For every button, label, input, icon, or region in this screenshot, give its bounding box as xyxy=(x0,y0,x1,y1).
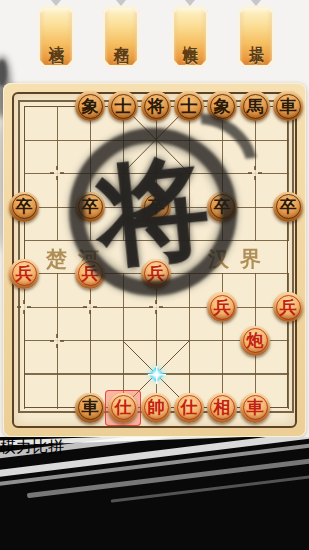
undo-move-label: 悔棋 xyxy=(172,6,208,67)
move-hint-gem[interactable] xyxy=(148,366,164,382)
piece-red-soldier[interactable]: 兵 xyxy=(9,259,39,289)
piece-black-soldier[interactable]: 卒 xyxy=(141,192,171,222)
piece-black-general[interactable]: 将 xyxy=(141,91,171,121)
piece-red-advisor[interactable]: 仕 xyxy=(174,393,204,423)
point-marker xyxy=(16,299,32,315)
river-label-han: 汉界 xyxy=(208,245,272,273)
point-marker xyxy=(82,299,98,315)
piece-red-elephant[interactable]: 相 xyxy=(207,393,237,423)
load-game-button[interactable]: 读档 xyxy=(38,6,74,67)
piece-black-soldier[interactable]: 卒 xyxy=(207,192,237,222)
point-marker xyxy=(49,333,65,349)
piece-black-chariot[interactable]: 車 xyxy=(273,91,303,121)
piece-black-chariot[interactable]: 車 xyxy=(75,393,105,423)
piece-red-chariot[interactable]: 車 xyxy=(240,393,270,423)
piece-black-soldier[interactable]: 卒 xyxy=(9,192,39,222)
save-game-label: 存档 xyxy=(103,6,139,67)
button-peg xyxy=(116,0,126,6)
button-peg xyxy=(251,0,261,6)
hint-button[interactable]: 提示 xyxy=(238,6,274,67)
xiangqi-app: 读档 存档 悔棋 提示 楚河 汉界 象士将士象馬車卒卒卒卒卒兵兵兵兵兵炮車仕帥仕… xyxy=(0,0,309,550)
piece-black-soldier[interactable]: 卒 xyxy=(75,192,105,222)
point-marker xyxy=(247,165,263,181)
piece-black-horse[interactable]: 馬 xyxy=(240,91,270,121)
piece-red-cannon[interactable]: 炮 xyxy=(240,326,270,356)
piece-red-advisor[interactable]: 仕 xyxy=(108,393,138,423)
button-peg xyxy=(185,0,195,6)
bottom-banner xyxy=(0,437,309,550)
piece-red-soldier[interactable]: 兵 xyxy=(207,292,237,322)
piece-red-soldier[interactable]: 兵 xyxy=(75,259,105,289)
piece-red-soldier[interactable]: 兵 xyxy=(273,292,303,322)
piece-black-elephant[interactable]: 象 xyxy=(207,91,237,121)
load-game-label: 读档 xyxy=(38,6,74,67)
undo-move-button[interactable]: 悔棋 xyxy=(172,6,208,67)
piece-black-advisor[interactable]: 士 xyxy=(174,91,204,121)
button-peg xyxy=(51,0,61,6)
piece-black-soldier[interactable]: 卒 xyxy=(273,192,303,222)
point-marker xyxy=(148,299,164,315)
piece-black-advisor[interactable]: 士 xyxy=(108,91,138,121)
hint-label: 提示 xyxy=(238,6,274,67)
save-game-button[interactable]: 存档 xyxy=(103,6,139,67)
piece-red-general[interactable]: 帥 xyxy=(141,393,171,423)
piece-red-soldier[interactable]: 兵 xyxy=(141,259,171,289)
point-marker xyxy=(49,165,65,181)
piece-black-elephant[interactable]: 象 xyxy=(75,91,105,121)
